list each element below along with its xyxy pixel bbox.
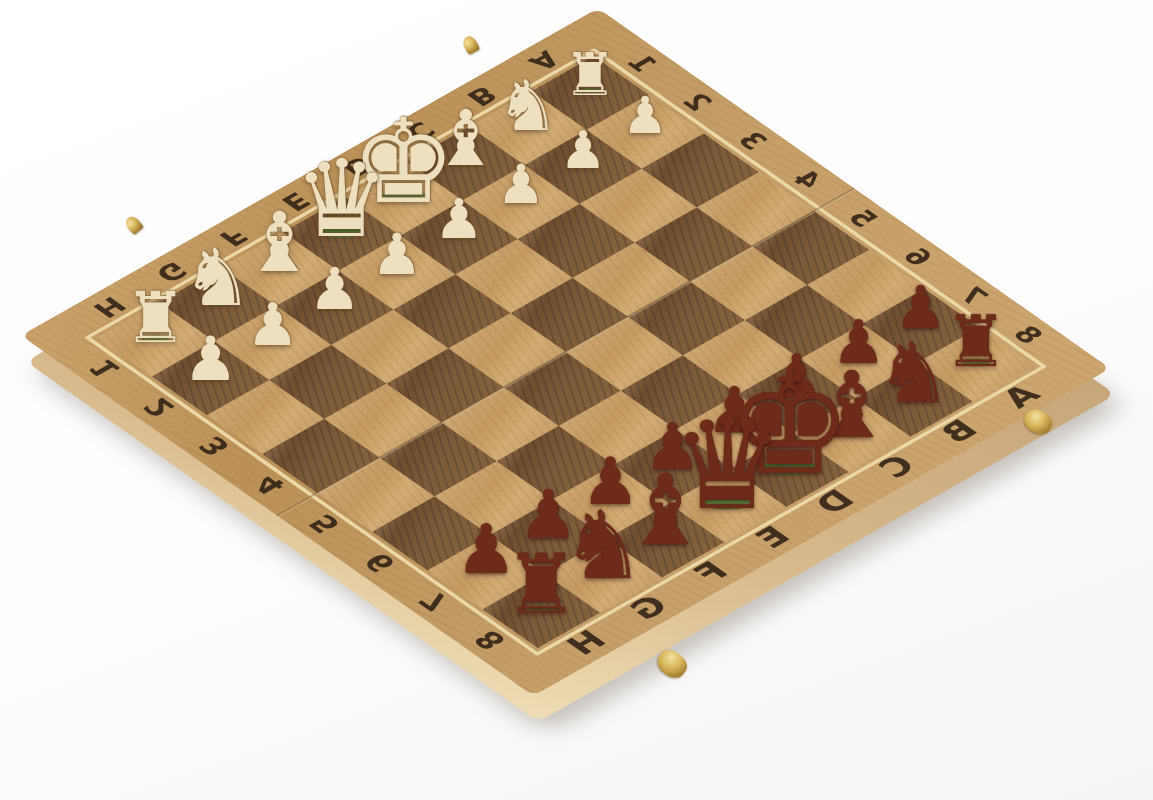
photo-scene: AABBCCDDEEFFGGHH1122334455667788 ♜♞♝♚♛♝♞… (0, 0, 1153, 800)
piece-white-bishop-f1[interactable]: ♝ (242, 201, 316, 284)
brass-hinge-icon (123, 214, 144, 235)
coord-rank-aside-4: 4 (787, 167, 828, 192)
coord-rank-aside-8: 8 (1008, 322, 1049, 347)
coord-file-near-a: A (996, 380, 1046, 412)
piece-white-pawn-f2[interactable]: ♟ (309, 260, 361, 318)
piece-white-knight-b1[interactable]: ♞ (497, 71, 560, 141)
piece-white-pawn-d2[interactable]: ♟ (434, 192, 483, 247)
coord-rank-hside-1: 1 (83, 355, 126, 382)
coord-rank-aside-2: 2 (677, 90, 718, 115)
coord-rank-hside-6: 6 (358, 549, 401, 576)
piece-white-pawn-a2[interactable]: ♟ (622, 90, 668, 141)
piece-black-rook-h8[interactable]: ♜ (504, 543, 578, 626)
coord-rank-hside-4: 4 (248, 471, 291, 498)
piece-white-pawn-g2[interactable]: ♟ (246, 295, 299, 354)
piece-white-pawn-c2[interactable]: ♟ (497, 158, 545, 212)
coord-rank-hside-5: 5 (303, 510, 346, 537)
coord-rank-hside-7: 7 (413, 588, 456, 615)
piece-white-rook-h1[interactable]: ♜ (124, 282, 187, 352)
coord-rank-hside-3: 3 (193, 433, 236, 460)
coord-rank-aside-5: 5 (842, 206, 883, 231)
coord-rank-aside-1: 1 (622, 51, 663, 76)
piece-white-pawn-e2[interactable]: ♟ (371, 226, 422, 283)
piece-white-pawn-b2[interactable]: ♟ (560, 124, 607, 176)
coord-rank-hside-2: 2 (138, 394, 181, 421)
coord-rank-aside-3: 3 (732, 128, 773, 153)
coord-rank-aside-6: 6 (897, 245, 938, 270)
piece-white-knight-g1[interactable]: ♞ (182, 240, 253, 319)
piece-white-rook-a1[interactable]: ♜ (564, 45, 617, 104)
piece-white-pawn-h2[interactable]: ♟ (183, 328, 238, 389)
piece-black-rook-a8[interactable]: ♜ (944, 306, 1008, 377)
brass-hinge-icon (461, 34, 480, 55)
